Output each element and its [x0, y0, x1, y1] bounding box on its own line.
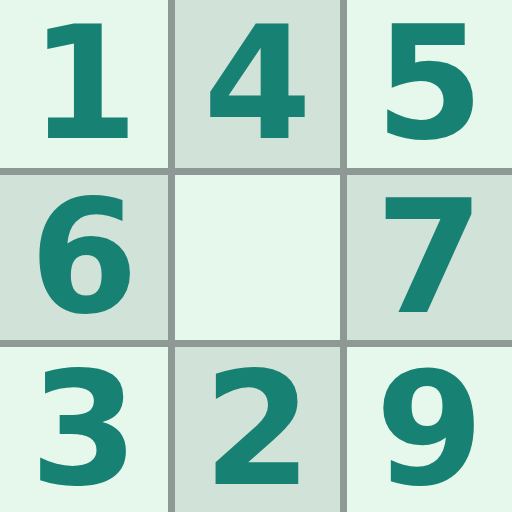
- cell-r0c1[interactable]: 4: [175, 0, 340, 168]
- cell-r1c0[interactable]: 6: [0, 175, 168, 340]
- cell-r2c2[interactable]: 9: [347, 347, 512, 512]
- cell-r1c2[interactable]: 7: [347, 175, 512, 340]
- cell-r0c2[interactable]: 5: [347, 0, 512, 168]
- cell-r2c1[interactable]: 2: [175, 347, 340, 512]
- cell-r2c0[interactable]: 3: [0, 347, 168, 512]
- sudoku-board: 1 4 5 6 7 3 2 9: [0, 0, 512, 512]
- cell-r0c0[interactable]: 1: [0, 0, 168, 168]
- cell-r1c1-empty[interactable]: [175, 175, 340, 340]
